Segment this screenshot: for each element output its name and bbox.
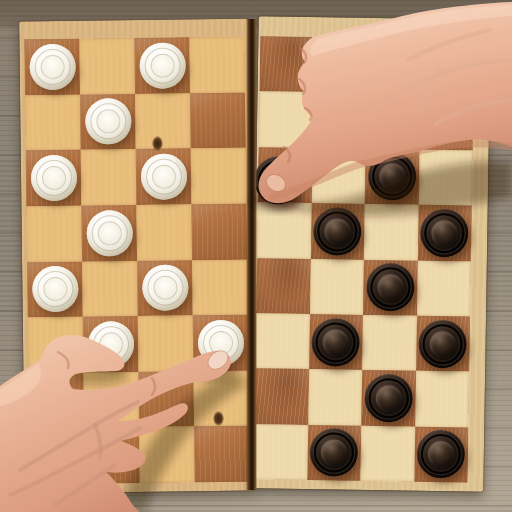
- dark-square[interactable]: [419, 94, 473, 150]
- dark-square[interactable]: [312, 92, 366, 148]
- white-checker[interactable]: [29, 44, 76, 91]
- light-square: [255, 313, 309, 369]
- light-square: [82, 260, 138, 316]
- dark-square[interactable]: [417, 205, 471, 261]
- dark-square[interactable]: [83, 316, 139, 372]
- dark-square[interactable]: [84, 427, 140, 483]
- light-square: [83, 372, 139, 428]
- light-square: [313, 37, 367, 93]
- black-checker[interactable]: [366, 263, 415, 312]
- light-square: [360, 425, 414, 481]
- light-square: [415, 371, 469, 427]
- light-square: [310, 259, 364, 315]
- white-checker[interactable]: [86, 210, 133, 257]
- black-checker[interactable]: [254, 157, 303, 206]
- dark-square[interactable]: [193, 315, 249, 371]
- light-square: [26, 206, 82, 262]
- white-checker[interactable]: [87, 321, 134, 368]
- light-square: [189, 37, 245, 93]
- dark-square[interactable]: [365, 149, 419, 205]
- white-checker[interactable]: [197, 320, 244, 367]
- light-square: [366, 93, 420, 149]
- light-square: [136, 204, 192, 260]
- light-square: [253, 424, 307, 480]
- light-square: [418, 149, 472, 205]
- light-square: [81, 149, 137, 205]
- dark-square[interactable]: [26, 150, 82, 206]
- wood-knot: [213, 411, 224, 426]
- dark-square[interactable]: [310, 203, 364, 259]
- dark-square[interactable]: [191, 204, 247, 260]
- board-right-half: [251, 16, 490, 492]
- light-square: [139, 427, 195, 483]
- dark-square[interactable]: [190, 92, 246, 148]
- dark-square[interactable]: [254, 368, 308, 424]
- white-checker[interactable]: [32, 266, 79, 313]
- dark-square[interactable]: [416, 316, 470, 372]
- dark-square[interactable]: [27, 261, 83, 317]
- wood-knot: [152, 136, 163, 151]
- dark-square[interactable]: [136, 149, 192, 205]
- dark-square[interactable]: [309, 314, 363, 370]
- dark-square[interactable]: [24, 39, 80, 95]
- white-checker[interactable]: [139, 42, 186, 89]
- black-checker[interactable]: [311, 318, 360, 367]
- dark-square[interactable]: [258, 147, 312, 203]
- light-square: [138, 315, 194, 371]
- dark-square[interactable]: [307, 425, 361, 481]
- black-checker[interactable]: [313, 207, 362, 256]
- light-square: [259, 92, 313, 148]
- light-square: [28, 317, 84, 373]
- light-square: [417, 260, 471, 316]
- light-square: [308, 369, 362, 425]
- black-checker[interactable]: [368, 152, 417, 201]
- light-square: [191, 148, 247, 204]
- light-square: [362, 315, 416, 371]
- light-square: [192, 259, 248, 315]
- dark-square[interactable]: [256, 258, 310, 314]
- dark-square[interactable]: [194, 426, 250, 482]
- black-checker[interactable]: [418, 319, 467, 368]
- black-checker[interactable]: [417, 430, 466, 479]
- dark-square[interactable]: [361, 370, 415, 426]
- white-checker[interactable]: [30, 155, 77, 202]
- dark-square[interactable]: [28, 372, 84, 428]
- black-checker[interactable]: [420, 209, 469, 258]
- checkers-photo-scene: [0, 0, 512, 512]
- white-checker[interactable]: [140, 153, 187, 200]
- dark-square[interactable]: [80, 94, 136, 150]
- dark-square[interactable]: [367, 38, 421, 94]
- dark-square[interactable]: [260, 36, 314, 92]
- light-square: [420, 39, 474, 95]
- dark-square[interactable]: [363, 259, 417, 315]
- dark-square[interactable]: [414, 426, 468, 482]
- board-hinge: [246, 19, 257, 490]
- black-checker[interactable]: [310, 428, 359, 477]
- right-half-grid: [253, 36, 474, 482]
- light-square: [257, 202, 311, 258]
- white-checker[interactable]: [142, 265, 189, 312]
- dark-square[interactable]: [137, 260, 193, 316]
- light-square: [79, 38, 135, 94]
- black-checker[interactable]: [364, 374, 413, 423]
- dark-square[interactable]: [134, 37, 190, 93]
- white-checker[interactable]: [85, 98, 132, 145]
- light-square: [364, 204, 418, 260]
- light-square: [25, 94, 81, 150]
- light-square: [311, 148, 365, 204]
- dark-square[interactable]: [81, 205, 137, 261]
- light-square: [29, 428, 85, 484]
- dark-square[interactable]: [138, 371, 194, 427]
